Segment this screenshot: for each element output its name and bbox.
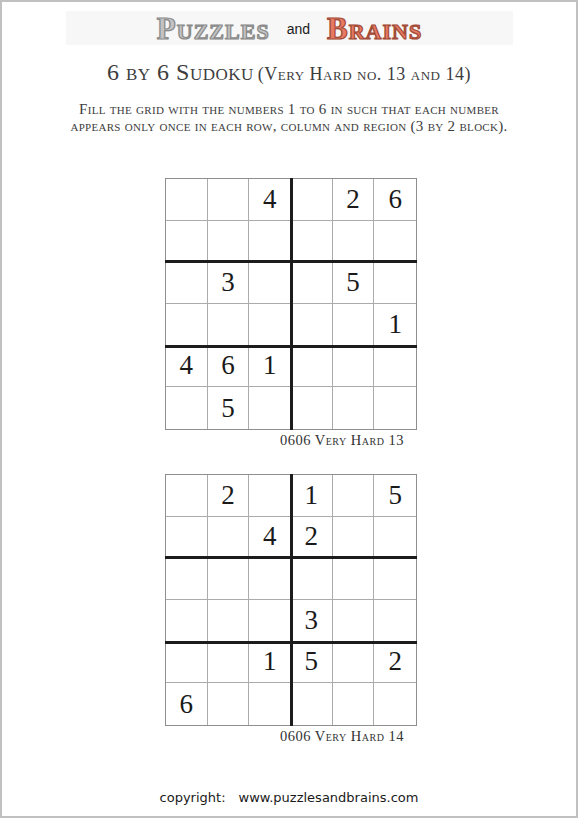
puzzle-13-cell-r2c3 bbox=[249, 221, 291, 263]
puzzle-13-cell-r1c2 bbox=[208, 179, 250, 221]
logo-word-brains: Brains bbox=[327, 13, 422, 44]
copyright-footer: copyright: www.puzzlesandbrains.com bbox=[2, 790, 576, 805]
puzzle-13-cell-r4c6: 1 bbox=[374, 304, 416, 346]
puzzle-14-region-divider-vertical bbox=[290, 474, 293, 726]
puzzle-14-cell-r3c1 bbox=[166, 558, 208, 600]
puzzle-14-cell-r6c3 bbox=[249, 683, 291, 725]
puzzle-13-cell-r6c2: 5 bbox=[208, 387, 250, 429]
puzzle-13-cell-r3c4 bbox=[291, 262, 333, 304]
puzzle-14-cell-r4c4: 3 bbox=[291, 600, 333, 642]
puzzle-13-cell-r6c6 bbox=[374, 387, 416, 429]
puzzle-13-caption: 0606 Very Hard 13 bbox=[165, 432, 417, 449]
puzzle-14-cell-r6c6 bbox=[374, 683, 416, 725]
puzzle-14-region-divider-horizontal-2 bbox=[165, 641, 417, 644]
puzzle-13-cell-r3c1 bbox=[166, 262, 208, 304]
puzzle-13-cell-r1c6: 6 bbox=[374, 179, 416, 221]
puzzle-14-cell-r3c4 bbox=[291, 558, 333, 600]
puzzle-13-cell-r5c1: 4 bbox=[166, 346, 208, 388]
puzzle-14-cell-r6c4 bbox=[291, 683, 333, 725]
copyright-label: copyright: bbox=[160, 790, 226, 805]
puzzle-13-region-divider-vertical bbox=[290, 178, 293, 430]
puzzle-13-cell-r4c2 bbox=[208, 304, 250, 346]
instructions-line-2: appears only once in each row, column an… bbox=[2, 118, 576, 135]
puzzle-14-cell-r2c4: 2 bbox=[291, 517, 333, 559]
puzzle-14-cell-r3c5 bbox=[333, 558, 375, 600]
puzzle-14-cell-r4c6 bbox=[374, 600, 416, 642]
puzzle-13-cell-r5c4 bbox=[291, 346, 333, 388]
puzzle-13-cell-r5c2: 6 bbox=[208, 346, 250, 388]
puzzle-13-board: 4263514615 bbox=[165, 178, 417, 430]
puzzle-14-cell-r1c5 bbox=[333, 475, 375, 517]
puzzle-13-cell-r2c6 bbox=[374, 221, 416, 263]
puzzle-14-cell-r3c2 bbox=[208, 558, 250, 600]
puzzle-14-cell-r5c1 bbox=[166, 642, 208, 684]
puzzle-13-region-divider-horizontal-1 bbox=[165, 260, 417, 263]
puzzle-13-cell-r2c4 bbox=[291, 221, 333, 263]
puzzle-14-block: 2154231526 0606 Very Hard 14 bbox=[165, 474, 417, 745]
puzzle-14-cell-r3c6 bbox=[374, 558, 416, 600]
puzzle-14-cell-r2c1 bbox=[166, 517, 208, 559]
puzzle-13-cell-r5c3: 1 bbox=[249, 346, 291, 388]
page-title-sub: (Very Hard no. 13 and 14) bbox=[258, 64, 471, 84]
page-title: 6 by 6 Sudoku (Very Hard no. 13 and 14) bbox=[2, 59, 576, 86]
puzzle-14-cell-r5c2 bbox=[208, 642, 250, 684]
puzzle-13-cell-r1c3: 4 bbox=[249, 179, 291, 221]
puzzle-13-cell-r1c5: 2 bbox=[333, 179, 375, 221]
puzzle-14-cell-r4c2 bbox=[208, 600, 250, 642]
puzzle-14-cell-r1c4: 1 bbox=[291, 475, 333, 517]
puzzle-13-cell-r4c5 bbox=[333, 304, 375, 346]
puzzle-14-board: 2154231526 bbox=[165, 474, 417, 726]
puzzle-14-cell-r2c6 bbox=[374, 517, 416, 559]
logo-word-and: and bbox=[287, 19, 310, 37]
puzzle-14-cell-r5c3: 1 bbox=[249, 642, 291, 684]
puzzle-13-cell-r4c4 bbox=[291, 304, 333, 346]
puzzle-14-cell-r5c4: 5 bbox=[291, 642, 333, 684]
puzzle-13-cell-r6c5 bbox=[333, 387, 375, 429]
puzzle-13-cell-r1c4 bbox=[291, 179, 333, 221]
puzzle-13-cell-r2c1 bbox=[166, 221, 208, 263]
puzzle-13-cell-r5c6 bbox=[374, 346, 416, 388]
puzzle-13-cell-r2c5 bbox=[333, 221, 375, 263]
puzzle-13-cell-r3c2: 3 bbox=[208, 262, 250, 304]
puzzle-13-cell-r5c5 bbox=[333, 346, 375, 388]
puzzle-14-cell-r1c3 bbox=[249, 475, 291, 517]
puzzle-14-cell-r6c5 bbox=[333, 683, 375, 725]
puzzle-13-cell-r1c1 bbox=[166, 179, 208, 221]
puzzle-13-block: 4263514615 0606 Very Hard 13 bbox=[165, 178, 417, 449]
puzzle-13-cell-r3c3 bbox=[249, 262, 291, 304]
puzzle-14-cell-r2c2 bbox=[208, 517, 250, 559]
puzzle-14-cell-r2c3: 4 bbox=[249, 517, 291, 559]
website-url: www.puzzlesandbrains.com bbox=[239, 790, 419, 805]
puzzle-14-caption: 0606 Very Hard 14 bbox=[165, 728, 417, 745]
puzzle-13-cell-r3c5: 5 bbox=[333, 262, 375, 304]
puzzle-13-region-divider-horizontal-2 bbox=[165, 345, 417, 348]
puzzle-14-cell-r4c3 bbox=[249, 600, 291, 642]
logo-word-puzzles: Puzzles bbox=[157, 13, 270, 44]
puzzle-14-cell-r1c1 bbox=[166, 475, 208, 517]
puzzle-14-cell-r6c1: 6 bbox=[166, 683, 208, 725]
puzzle-13-cell-r6c3 bbox=[249, 387, 291, 429]
page-title-main: 6 by 6 Sudoku bbox=[107, 59, 254, 85]
puzzle-14-cell-r6c2 bbox=[208, 683, 250, 725]
puzzle-14-cell-r3c3 bbox=[249, 558, 291, 600]
puzzle-14-cell-r1c2: 2 bbox=[208, 475, 250, 517]
puzzle-14-cell-r1c6: 5 bbox=[374, 475, 416, 517]
puzzle-14-cell-r2c5 bbox=[333, 517, 375, 559]
puzzle-14-region-divider-horizontal-1 bbox=[165, 556, 417, 559]
puzzle-14-cell-r4c5 bbox=[333, 600, 375, 642]
puzzle-14-cell-r5c6: 2 bbox=[374, 642, 416, 684]
site-logo: Puzzles and Brains bbox=[66, 11, 513, 45]
puzzle-13-cell-r3c6 bbox=[374, 262, 416, 304]
puzzle-13-cell-r2c2 bbox=[208, 221, 250, 263]
puzzle-13-cell-r6c4 bbox=[291, 387, 333, 429]
puzzle-13-cell-r6c1 bbox=[166, 387, 208, 429]
puzzle-14-cell-r5c5 bbox=[333, 642, 375, 684]
worksheet-page: Puzzles and Brains 6 by 6 Sudoku (Very H… bbox=[0, 0, 578, 818]
instructions-text: Fill the grid with the numbers 1 to 6 in… bbox=[2, 101, 576, 135]
puzzle-14-cell-r4c1 bbox=[166, 600, 208, 642]
instructions-line-1: Fill the grid with the numbers 1 to 6 in… bbox=[2, 101, 576, 118]
puzzle-13-cell-r4c3 bbox=[249, 304, 291, 346]
puzzle-13-cell-r4c1 bbox=[166, 304, 208, 346]
